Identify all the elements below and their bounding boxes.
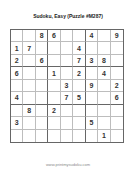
cell-r2c4 — [48, 42, 60, 54]
page-title: Sudoku, Easy (Puzzle #M287) — [0, 13, 136, 20]
cell-r3c7: 3 — [86, 55, 98, 67]
cell-r9c1 — [11, 130, 23, 142]
cell-r9c5 — [61, 130, 73, 142]
cell-r2c5 — [61, 42, 73, 54]
cell-r8c1: 3 — [11, 117, 23, 129]
cell-r1c6 — [73, 30, 85, 42]
cell-r8c5 — [61, 117, 73, 129]
cell-r5c7: 9 — [86, 80, 98, 92]
cell-r3c5 — [61, 55, 73, 67]
cell-r8c2 — [23, 117, 35, 129]
cell-r6c7 — [86, 92, 98, 104]
cell-r9c8: 1 — [98, 130, 110, 142]
cell-r5c5: 3 — [61, 80, 73, 92]
cell-r9c2 — [23, 130, 35, 142]
cell-r2c6: 4 — [73, 42, 85, 54]
cell-r6c6: 5 — [73, 92, 85, 104]
cell-r6c8 — [98, 92, 110, 104]
cell-r9c4 — [48, 130, 60, 142]
cell-r5c4 — [48, 80, 60, 92]
cell-r7c8 — [98, 105, 110, 117]
cell-r3c9 — [111, 55, 123, 67]
cell-r7c5 — [61, 105, 73, 117]
cell-r5c3 — [36, 80, 48, 92]
cell-r7c2: 8 — [23, 105, 35, 117]
cell-r2c1: 1 — [11, 42, 23, 54]
footer-url: www.printmysudoku.com — [0, 162, 136, 167]
cell-r3c8: 8 — [98, 55, 110, 67]
cell-r3c4 — [48, 55, 60, 67]
cell-r6c3 — [36, 92, 48, 104]
cell-r2c3 — [36, 42, 48, 54]
cell-r3c1: 2 — [11, 55, 23, 67]
cell-r4c5 — [61, 67, 73, 79]
cell-r4c1: 6 — [11, 67, 23, 79]
cell-r7c3 — [36, 105, 48, 117]
cell-r4c9 — [111, 67, 123, 79]
sudoku-board: 8649174267386124392475682351 — [10, 29, 124, 143]
cell-r6c9: 6 — [111, 92, 123, 104]
cell-r1c8 — [98, 30, 110, 42]
cell-r4c3 — [36, 67, 48, 79]
cell-r5c2 — [23, 80, 35, 92]
cell-r5c8 — [98, 80, 110, 92]
cell-r6c5: 7 — [61, 92, 73, 104]
cell-r4c6: 2 — [73, 67, 85, 79]
cell-r6c2 — [23, 92, 35, 104]
cell-r7c9 — [111, 105, 123, 117]
cell-r8c3 — [36, 117, 48, 129]
sudoku-sheet: Sudoku, Easy (Puzzle #M287) 864917426738… — [0, 0, 136, 176]
cell-r8c6 — [73, 117, 85, 129]
cell-r7c1 — [11, 105, 23, 117]
cell-r3c3: 6 — [36, 55, 48, 67]
cell-r4c4: 1 — [48, 67, 60, 79]
cell-r3c2 — [23, 55, 35, 67]
cell-r1c1 — [11, 30, 23, 42]
cell-r4c7 — [86, 67, 98, 79]
cell-r2c7 — [86, 42, 98, 54]
cell-r2c8 — [98, 42, 110, 54]
cell-r1c9: 9 — [111, 30, 123, 42]
cell-r7c4: 2 — [48, 105, 60, 117]
cell-r9c6 — [73, 130, 85, 142]
cell-r5c1 — [11, 80, 23, 92]
cell-r1c5 — [61, 30, 73, 42]
cell-r1c4: 6 — [48, 30, 60, 42]
cell-r6c1: 4 — [11, 92, 23, 104]
cell-r3c6: 7 — [73, 55, 85, 67]
cell-r4c2 — [23, 67, 35, 79]
cell-r7c6 — [73, 105, 85, 117]
cell-r1c2 — [23, 30, 35, 42]
cell-r8c7: 5 — [86, 117, 98, 129]
cell-r5c6 — [73, 80, 85, 92]
cell-r9c3 — [36, 130, 48, 142]
cell-r9c9 — [111, 130, 123, 142]
cell-r4c8: 4 — [98, 67, 110, 79]
cell-r1c3: 8 — [36, 30, 48, 42]
cell-r5c9: 2 — [111, 80, 123, 92]
cell-r2c9 — [111, 42, 123, 54]
cell-r8c4 — [48, 117, 60, 129]
cell-r8c8 — [98, 117, 110, 129]
cell-r1c7: 4 — [86, 30, 98, 42]
cell-r2c2: 7 — [23, 42, 35, 54]
cell-r8c9 — [111, 117, 123, 129]
cell-r9c7 — [86, 130, 98, 142]
cell-r7c7 — [86, 105, 98, 117]
cell-r6c4 — [48, 92, 60, 104]
